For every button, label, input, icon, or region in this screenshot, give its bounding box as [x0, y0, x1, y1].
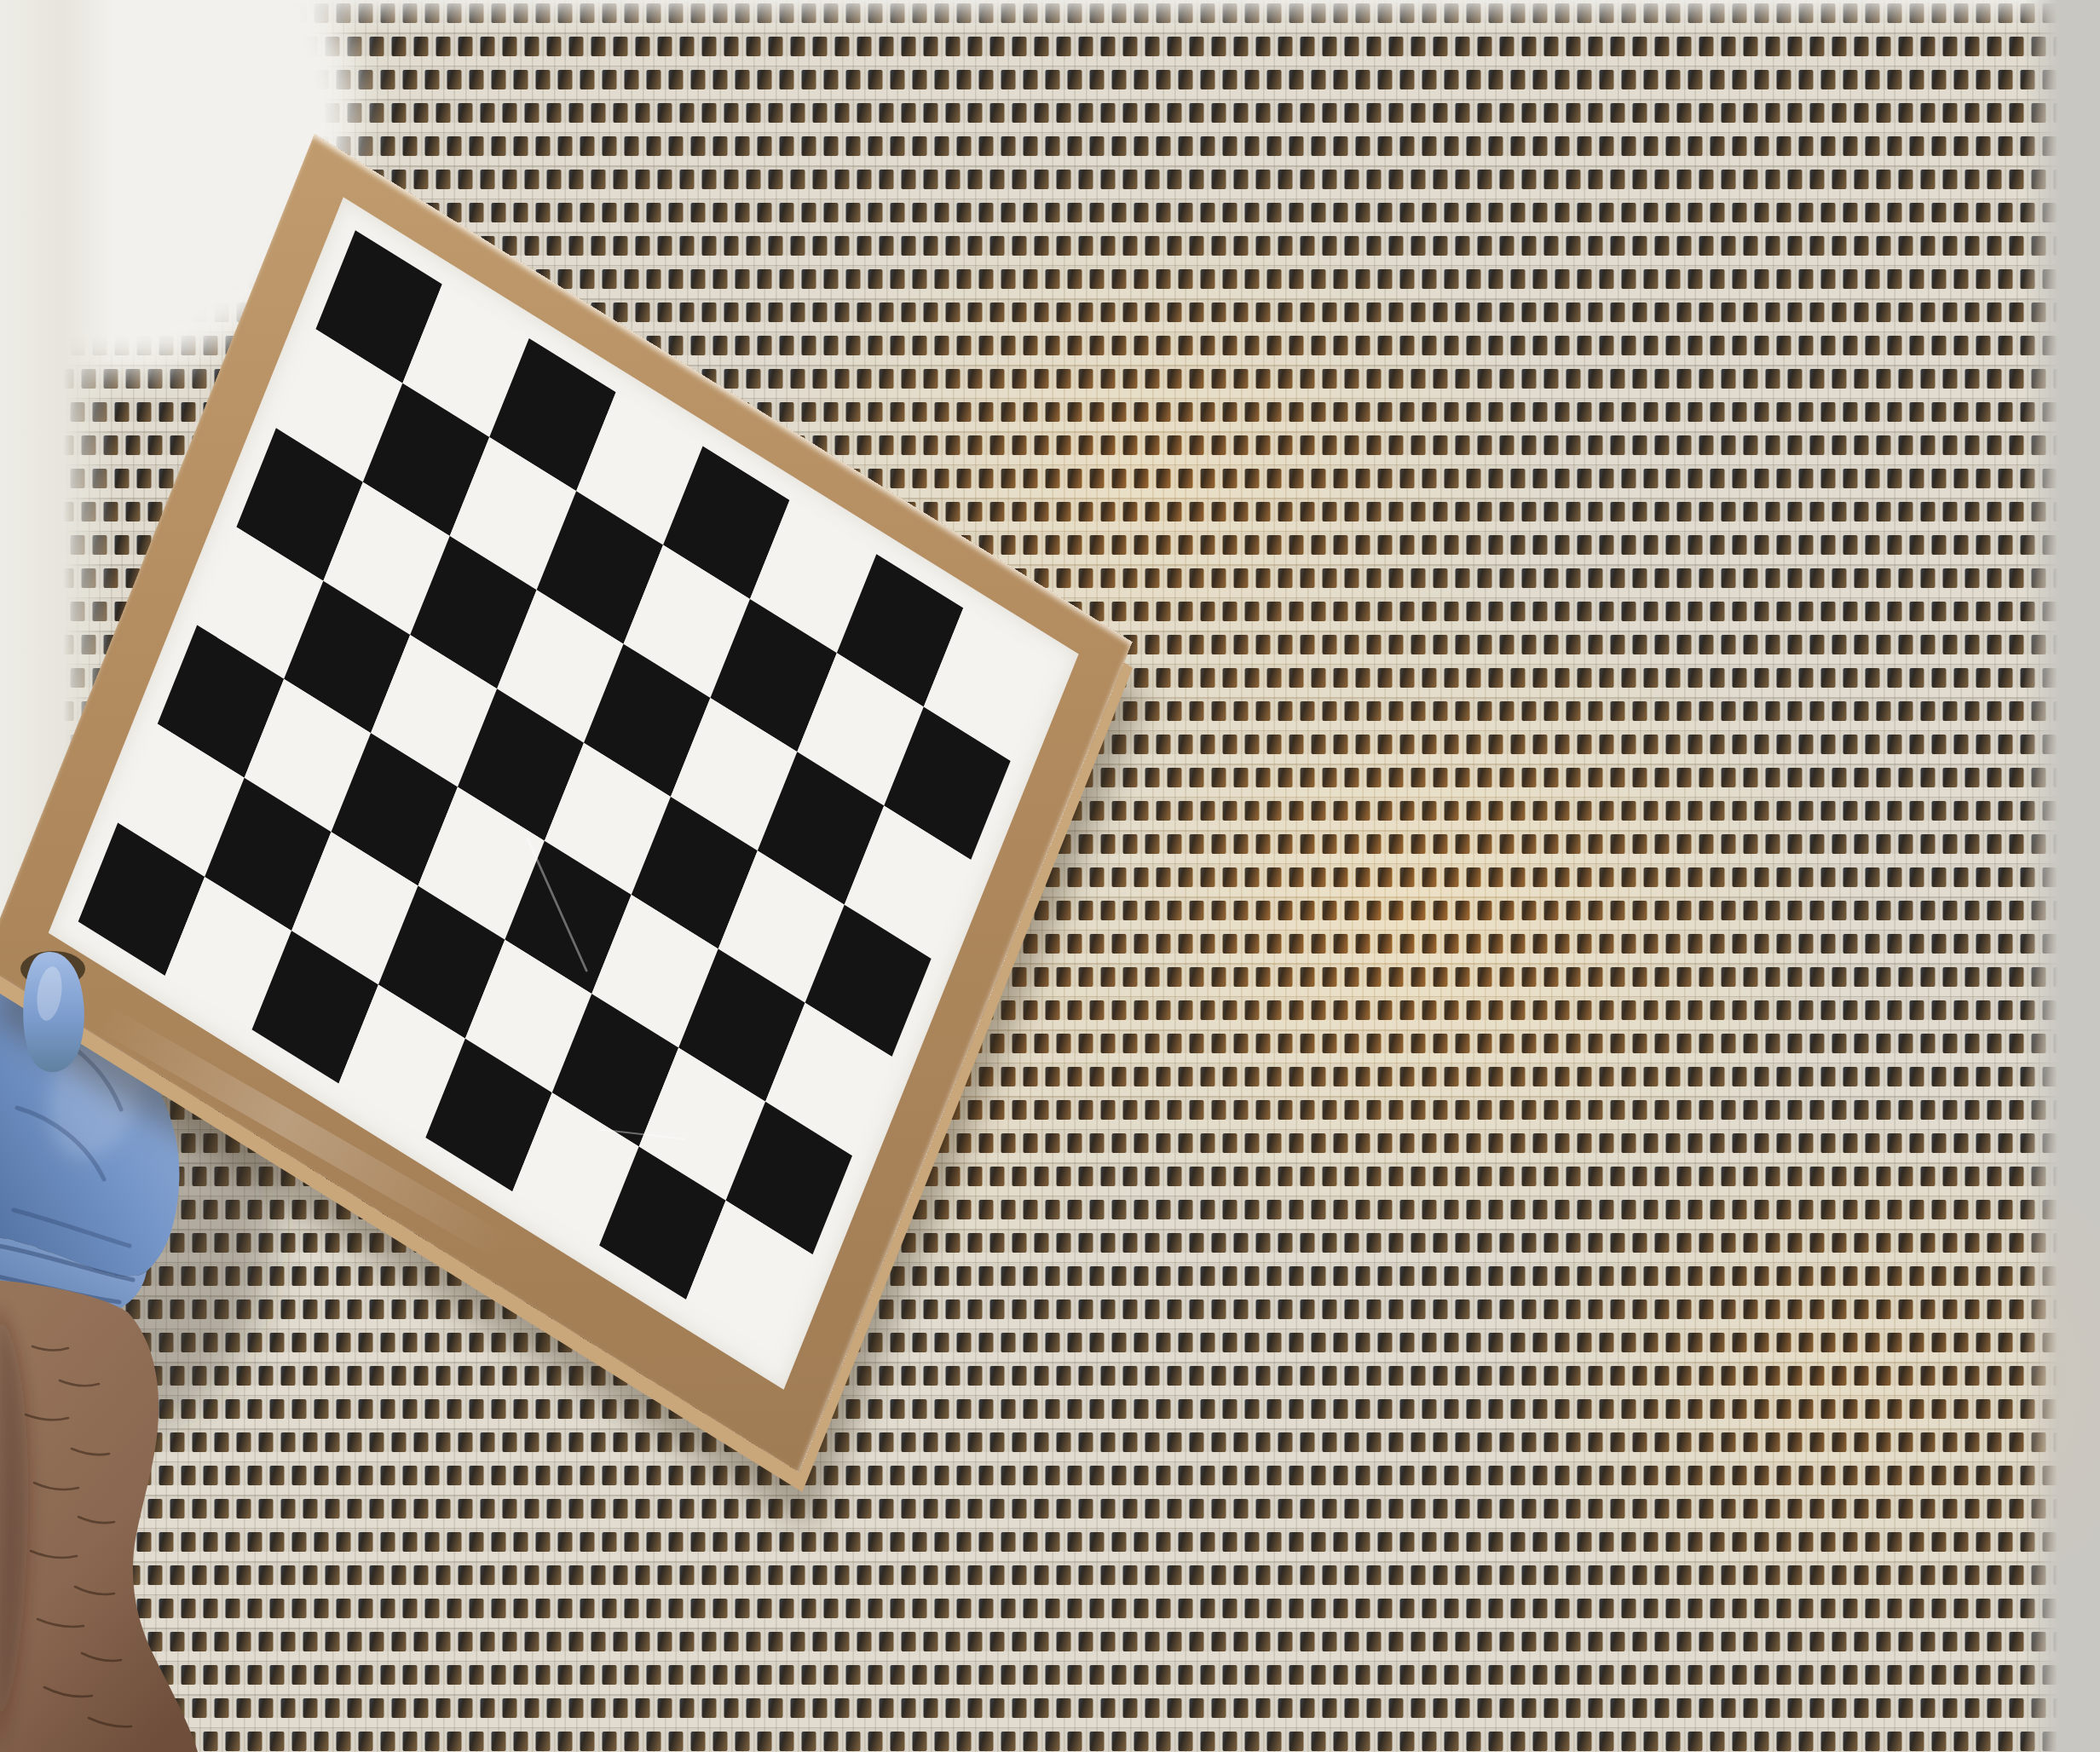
- belt-sidewall-right: [2023, 0, 2100, 1752]
- glove-cuff-folds: [0, 1246, 133, 1302]
- calibration-photo-scene: [0, 0, 2100, 1752]
- forearm-hair-strokes: [26, 1346, 131, 1726]
- checkerboard-grid: [78, 230, 1050, 1353]
- forearm-left-shading: [0, 1304, 28, 1752]
- belt-top-highlight: [0, 0, 2100, 31]
- pattern-paper: [49, 197, 1079, 1389]
- forearm: [0, 1280, 198, 1752]
- calibration-board: [0, 134, 1133, 1472]
- warm-light-glow-bottomright: [1491, 1108, 2100, 1653]
- glove-cuff: [0, 1237, 147, 1323]
